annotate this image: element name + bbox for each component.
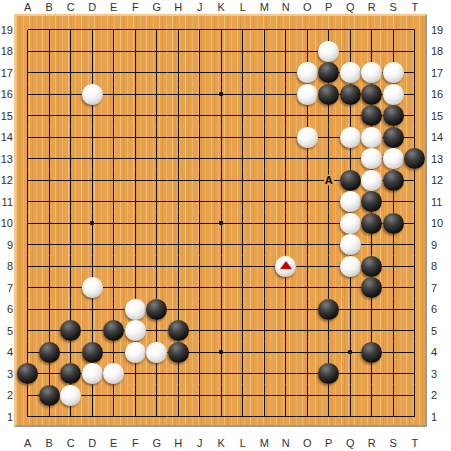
- point-O4[interactable]: [297, 342, 319, 364]
- point-P2[interactable]: [318, 385, 340, 407]
- point-C16[interactable]: [60, 84, 82, 106]
- point-A19[interactable]: [17, 19, 39, 41]
- point-D13[interactable]: [82, 148, 104, 170]
- black-stone-R7[interactable]: [361, 277, 382, 298]
- point-K7[interactable]: [211, 277, 233, 299]
- point-F19[interactable]: [125, 19, 147, 41]
- point-Q5[interactable]: [340, 320, 362, 342]
- white-stone-O17[interactable]: [297, 62, 318, 83]
- point-M4[interactable]: [254, 342, 276, 364]
- point-L5[interactable]: [232, 320, 254, 342]
- white-stone-O14[interactable]: [297, 127, 318, 148]
- point-D5[interactable]: [82, 320, 104, 342]
- point-K13[interactable]: [211, 148, 233, 170]
- point-O19[interactable]: [297, 19, 319, 41]
- point-N12[interactable]: [275, 170, 297, 192]
- black-stone-T13[interactable]: [404, 148, 425, 169]
- white-stone-S17[interactable]: [383, 62, 404, 83]
- point-L13[interactable]: [232, 148, 254, 170]
- point-S16[interactable]: [383, 84, 405, 106]
- point-K4[interactable]: [211, 342, 233, 364]
- point-O7[interactable]: [297, 277, 319, 299]
- point-J12[interactable]: [189, 170, 211, 192]
- point-C4[interactable]: [60, 342, 82, 364]
- white-stone-Q8[interactable]: [340, 256, 361, 277]
- white-stone-E3[interactable]: [103, 363, 124, 384]
- black-stone-R15[interactable]: [361, 105, 382, 126]
- point-G2[interactable]: [146, 385, 168, 407]
- point-N18[interactable]: [275, 41, 297, 63]
- point-P18[interactable]: [318, 41, 340, 63]
- point-K6[interactable]: [211, 299, 233, 321]
- point-G1[interactable]: [146, 406, 168, 428]
- point-S15[interactable]: [383, 105, 405, 127]
- point-A18[interactable]: [17, 41, 39, 63]
- point-C13[interactable]: [60, 148, 82, 170]
- point-Q3[interactable]: [340, 363, 362, 385]
- point-A4[interactable]: [17, 342, 39, 364]
- black-stone-S12[interactable]: [383, 170, 404, 191]
- point-F6[interactable]: [125, 299, 147, 321]
- point-S5[interactable]: [383, 320, 405, 342]
- point-A17[interactable]: [17, 62, 39, 84]
- point-L7[interactable]: [232, 277, 254, 299]
- point-N1[interactable]: [275, 406, 297, 428]
- point-T10[interactable]: [404, 213, 426, 235]
- point-S18[interactable]: [383, 41, 405, 63]
- point-R6[interactable]: [361, 299, 383, 321]
- point-K12[interactable]: [211, 170, 233, 192]
- point-D1[interactable]: [82, 406, 104, 428]
- point-R17[interactable]: [361, 62, 383, 84]
- point-P17[interactable]: [318, 62, 340, 84]
- white-stone-F6[interactable]: [125, 299, 146, 320]
- point-K1[interactable]: [211, 406, 233, 428]
- point-D18[interactable]: [82, 41, 104, 63]
- point-Q6[interactable]: [340, 299, 362, 321]
- point-C1[interactable]: [60, 406, 82, 428]
- point-R10[interactable]: [361, 213, 383, 235]
- point-L3[interactable]: [232, 363, 254, 385]
- point-G18[interactable]: [146, 41, 168, 63]
- point-Q17[interactable]: [340, 62, 362, 84]
- point-G13[interactable]: [146, 148, 168, 170]
- point-A7[interactable]: [17, 277, 39, 299]
- point-S13[interactable]: [383, 148, 405, 170]
- point-G12[interactable]: [146, 170, 168, 192]
- point-O17[interactable]: [297, 62, 319, 84]
- point-E11[interactable]: [103, 191, 125, 213]
- white-stone-Q10[interactable]: [340, 213, 361, 234]
- point-O1[interactable]: [297, 406, 319, 428]
- point-T17[interactable]: [404, 62, 426, 84]
- point-D15[interactable]: [82, 105, 104, 127]
- point-B9[interactable]: [39, 234, 61, 256]
- point-G17[interactable]: [146, 62, 168, 84]
- point-E2[interactable]: [103, 385, 125, 407]
- point-J15[interactable]: [189, 105, 211, 127]
- point-L11[interactable]: [232, 191, 254, 213]
- point-H17[interactable]: [168, 62, 190, 84]
- point-J5[interactable]: [189, 320, 211, 342]
- white-stone-D16[interactable]: [82, 84, 103, 105]
- point-P16[interactable]: [318, 84, 340, 106]
- point-T7[interactable]: [404, 277, 426, 299]
- black-stone-P6[interactable]: [318, 299, 339, 320]
- point-C8[interactable]: [60, 256, 82, 278]
- point-H5[interactable]: [168, 320, 190, 342]
- point-G16[interactable]: [146, 84, 168, 106]
- point-B5[interactable]: [39, 320, 61, 342]
- black-stone-C5[interactable]: [60, 320, 81, 341]
- point-T15[interactable]: [404, 105, 426, 127]
- point-G11[interactable]: [146, 191, 168, 213]
- point-G10[interactable]: [146, 213, 168, 235]
- point-P7[interactable]: [318, 277, 340, 299]
- point-D4[interactable]: [82, 342, 104, 364]
- point-T12[interactable]: [404, 170, 426, 192]
- point-J7[interactable]: [189, 277, 211, 299]
- point-Q10[interactable]: [340, 213, 362, 235]
- point-O11[interactable]: [297, 191, 319, 213]
- point-Q7[interactable]: [340, 277, 362, 299]
- point-J11[interactable]: [189, 191, 211, 213]
- point-T2[interactable]: [404, 385, 426, 407]
- point-D3[interactable]: [82, 363, 104, 385]
- point-F13[interactable]: [125, 148, 147, 170]
- point-D9[interactable]: [82, 234, 104, 256]
- point-T14[interactable]: [404, 127, 426, 149]
- point-B1[interactable]: [39, 406, 61, 428]
- point-T19[interactable]: [404, 19, 426, 41]
- point-T18[interactable]: [404, 41, 426, 63]
- white-stone-Q11[interactable]: [340, 191, 361, 212]
- white-stone-R14[interactable]: [361, 127, 382, 148]
- point-H2[interactable]: [168, 385, 190, 407]
- point-L15[interactable]: [232, 105, 254, 127]
- point-O5[interactable]: [297, 320, 319, 342]
- point-O6[interactable]: [297, 299, 319, 321]
- point-F16[interactable]: [125, 84, 147, 106]
- point-D8[interactable]: [82, 256, 104, 278]
- point-E12[interactable]: [103, 170, 125, 192]
- point-C18[interactable]: [60, 41, 82, 63]
- point-F8[interactable]: [125, 256, 147, 278]
- point-O13[interactable]: [297, 148, 319, 170]
- point-B12[interactable]: [39, 170, 61, 192]
- black-stone-D4[interactable]: [82, 342, 103, 363]
- point-S6[interactable]: [383, 299, 405, 321]
- point-R18[interactable]: [361, 41, 383, 63]
- black-stone-Q12[interactable]: [340, 170, 361, 191]
- white-stone-Q9[interactable]: [340, 234, 361, 255]
- point-A3[interactable]: [17, 363, 39, 385]
- white-stone-G4[interactable]: [146, 342, 167, 363]
- point-S3[interactable]: [383, 363, 405, 385]
- point-J14[interactable]: [189, 127, 211, 149]
- point-L17[interactable]: [232, 62, 254, 84]
- white-stone-R13[interactable]: [361, 148, 382, 169]
- point-O3[interactable]: [297, 363, 319, 385]
- point-R9[interactable]: [361, 234, 383, 256]
- point-M16[interactable]: [254, 84, 276, 106]
- point-H19[interactable]: [168, 19, 190, 41]
- point-P3[interactable]: [318, 363, 340, 385]
- black-stone-E5[interactable]: [103, 320, 124, 341]
- point-D17[interactable]: [82, 62, 104, 84]
- point-G6[interactable]: [146, 299, 168, 321]
- black-stone-Q16[interactable]: [340, 84, 361, 105]
- point-G7[interactable]: [146, 277, 168, 299]
- point-R11[interactable]: [361, 191, 383, 213]
- point-R5[interactable]: [361, 320, 383, 342]
- point-J6[interactable]: [189, 299, 211, 321]
- point-J18[interactable]: [189, 41, 211, 63]
- point-F12[interactable]: [125, 170, 147, 192]
- point-H1[interactable]: [168, 406, 190, 428]
- point-B4[interactable]: [39, 342, 61, 364]
- point-Q9[interactable]: [340, 234, 362, 256]
- point-A10[interactable]: [17, 213, 39, 235]
- point-D7[interactable]: [82, 277, 104, 299]
- point-H4[interactable]: [168, 342, 190, 364]
- point-F18[interactable]: [125, 41, 147, 63]
- point-O16[interactable]: [297, 84, 319, 106]
- point-Q16[interactable]: [340, 84, 362, 106]
- point-A16[interactable]: [17, 84, 39, 106]
- point-B16[interactable]: [39, 84, 61, 106]
- black-stone-S10[interactable]: [383, 213, 404, 234]
- point-R19[interactable]: [361, 19, 383, 41]
- point-E19[interactable]: [103, 19, 125, 41]
- point-D10[interactable]: [82, 213, 104, 235]
- point-P19[interactable]: [318, 19, 340, 41]
- point-P14[interactable]: [318, 127, 340, 149]
- point-D16[interactable]: [82, 84, 104, 106]
- point-D11[interactable]: [82, 191, 104, 213]
- point-H18[interactable]: [168, 41, 190, 63]
- point-M17[interactable]: [254, 62, 276, 84]
- point-J19[interactable]: [189, 19, 211, 41]
- point-R8[interactable]: [361, 256, 383, 278]
- point-B18[interactable]: [39, 41, 61, 63]
- point-N4[interactable]: [275, 342, 297, 364]
- point-H11[interactable]: [168, 191, 190, 213]
- point-F4[interactable]: [125, 342, 147, 364]
- point-E16[interactable]: [103, 84, 125, 106]
- point-T13[interactable]: [404, 148, 426, 170]
- point-F14[interactable]: [125, 127, 147, 149]
- point-T4[interactable]: [404, 342, 426, 364]
- point-A5[interactable]: [17, 320, 39, 342]
- point-E17[interactable]: [103, 62, 125, 84]
- black-stone-R10[interactable]: [361, 213, 382, 234]
- point-O2[interactable]: [297, 385, 319, 407]
- point-M7[interactable]: [254, 277, 276, 299]
- point-R2[interactable]: [361, 385, 383, 407]
- point-M13[interactable]: [254, 148, 276, 170]
- point-B11[interactable]: [39, 191, 61, 213]
- white-stone-F5[interactable]: [125, 320, 146, 341]
- point-O9[interactable]: [297, 234, 319, 256]
- point-P5[interactable]: [318, 320, 340, 342]
- point-C12[interactable]: [60, 170, 82, 192]
- point-E6[interactable]: [103, 299, 125, 321]
- point-N11[interactable]: [275, 191, 297, 213]
- point-S10[interactable]: [383, 213, 405, 235]
- point-K9[interactable]: [211, 234, 233, 256]
- white-stone-F4[interactable]: [125, 342, 146, 363]
- point-K18[interactable]: [211, 41, 233, 63]
- point-S11[interactable]: [383, 191, 405, 213]
- point-M10[interactable]: [254, 213, 276, 235]
- point-Q1[interactable]: [340, 406, 362, 428]
- point-S14[interactable]: [383, 127, 405, 149]
- point-Q12[interactable]: [340, 170, 362, 192]
- point-F5[interactable]: [125, 320, 147, 342]
- black-stone-R16[interactable]: [361, 84, 382, 105]
- point-Q8[interactable]: [340, 256, 362, 278]
- point-E8[interactable]: [103, 256, 125, 278]
- white-stone-D7[interactable]: [82, 277, 103, 298]
- point-B10[interactable]: [39, 213, 61, 235]
- point-K17[interactable]: [211, 62, 233, 84]
- point-F9[interactable]: [125, 234, 147, 256]
- point-M12[interactable]: [254, 170, 276, 192]
- point-D6[interactable]: [82, 299, 104, 321]
- point-A15[interactable]: [17, 105, 39, 127]
- point-T11[interactable]: [404, 191, 426, 213]
- point-E9[interactable]: [103, 234, 125, 256]
- point-G14[interactable]: [146, 127, 168, 149]
- point-M14[interactable]: [254, 127, 276, 149]
- point-T9[interactable]: [404, 234, 426, 256]
- point-P10[interactable]: [318, 213, 340, 235]
- point-H8[interactable]: [168, 256, 190, 278]
- point-D12[interactable]: [82, 170, 104, 192]
- point-C2[interactable]: [60, 385, 82, 407]
- point-N19[interactable]: [275, 19, 297, 41]
- point-Q13[interactable]: [340, 148, 362, 170]
- point-T8[interactable]: [404, 256, 426, 278]
- point-M18[interactable]: [254, 41, 276, 63]
- point-A8[interactable]: [17, 256, 39, 278]
- point-Q15[interactable]: [340, 105, 362, 127]
- point-D14[interactable]: [82, 127, 104, 149]
- point-T5[interactable]: [404, 320, 426, 342]
- point-F7[interactable]: [125, 277, 147, 299]
- point-A11[interactable]: [17, 191, 39, 213]
- white-stone-R12[interactable]: [361, 170, 382, 191]
- point-B8[interactable]: [39, 256, 61, 278]
- black-stone-S15[interactable]: [383, 105, 404, 126]
- point-E5[interactable]: [103, 320, 125, 342]
- black-stone-A3[interactable]: [17, 363, 38, 384]
- point-E15[interactable]: [103, 105, 125, 127]
- point-H10[interactable]: [168, 213, 190, 235]
- white-stone-R17[interactable]: [361, 62, 382, 83]
- white-stone-P18[interactable]: [318, 41, 339, 62]
- point-L2[interactable]: [232, 385, 254, 407]
- point-A12[interactable]: [17, 170, 39, 192]
- white-stone-Q14[interactable]: [340, 127, 361, 148]
- point-L16[interactable]: [232, 84, 254, 106]
- point-G19[interactable]: [146, 19, 168, 41]
- point-G5[interactable]: [146, 320, 168, 342]
- point-B14[interactable]: [39, 127, 61, 149]
- point-J2[interactable]: [189, 385, 211, 407]
- point-E13[interactable]: [103, 148, 125, 170]
- point-M1[interactable]: [254, 406, 276, 428]
- point-T6[interactable]: [404, 299, 426, 321]
- point-P8[interactable]: [318, 256, 340, 278]
- point-S7[interactable]: [383, 277, 405, 299]
- point-R4[interactable]: [361, 342, 383, 364]
- point-E14[interactable]: [103, 127, 125, 149]
- point-S8[interactable]: [383, 256, 405, 278]
- point-F17[interactable]: [125, 62, 147, 84]
- point-O15[interactable]: [297, 105, 319, 127]
- point-J10[interactable]: [189, 213, 211, 235]
- point-K16[interactable]: [211, 84, 233, 106]
- point-R15[interactable]: [361, 105, 383, 127]
- point-P4[interactable]: [318, 342, 340, 364]
- black-stone-P3[interactable]: [318, 363, 339, 384]
- point-C6[interactable]: [60, 299, 82, 321]
- point-L10[interactable]: [232, 213, 254, 235]
- point-P1[interactable]: [318, 406, 340, 428]
- point-C7[interactable]: [60, 277, 82, 299]
- point-S17[interactable]: [383, 62, 405, 84]
- point-O8[interactable]: [297, 256, 319, 278]
- point-G4[interactable]: [146, 342, 168, 364]
- point-K14[interactable]: [211, 127, 233, 149]
- point-S12[interactable]: [383, 170, 405, 192]
- point-S19[interactable]: [383, 19, 405, 41]
- white-stone-N8[interactable]: [275, 256, 296, 277]
- point-A6[interactable]: [17, 299, 39, 321]
- point-M11[interactable]: [254, 191, 276, 213]
- point-B6[interactable]: [39, 299, 61, 321]
- black-stone-R4[interactable]: [361, 342, 382, 363]
- point-F1[interactable]: [125, 406, 147, 428]
- point-C5[interactable]: [60, 320, 82, 342]
- point-J9[interactable]: [189, 234, 211, 256]
- point-J1[interactable]: [189, 406, 211, 428]
- point-H13[interactable]: [168, 148, 190, 170]
- point-A1[interactable]: [17, 406, 39, 428]
- point-F10[interactable]: [125, 213, 147, 235]
- point-L6[interactable]: [232, 299, 254, 321]
- point-O12[interactable]: [297, 170, 319, 192]
- point-N8[interactable]: [275, 256, 297, 278]
- point-J16[interactable]: [189, 84, 211, 106]
- point-K2[interactable]: [211, 385, 233, 407]
- point-K10[interactable]: [211, 213, 233, 235]
- point-C9[interactable]: [60, 234, 82, 256]
- point-N5[interactable]: [275, 320, 297, 342]
- black-stone-B4[interactable]: [39, 342, 60, 363]
- point-T3[interactable]: [404, 363, 426, 385]
- point-C11[interactable]: [60, 191, 82, 213]
- black-stone-P17[interactable]: [318, 62, 339, 83]
- point-D19[interactable]: [82, 19, 104, 41]
- point-M8[interactable]: [254, 256, 276, 278]
- white-stone-D3[interactable]: [82, 363, 103, 384]
- point-O18[interactable]: [297, 41, 319, 63]
- point-J13[interactable]: [189, 148, 211, 170]
- point-C14[interactable]: [60, 127, 82, 149]
